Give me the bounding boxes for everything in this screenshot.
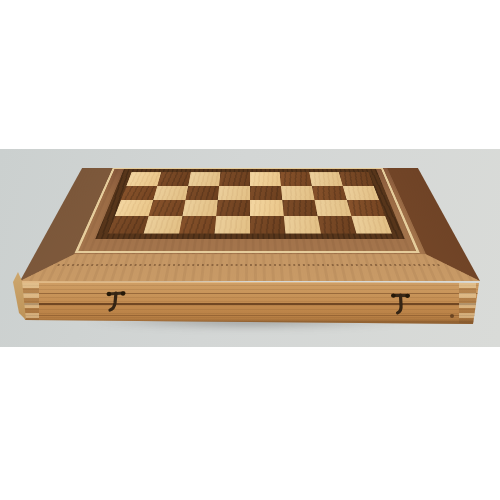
frame-tooling-marks [57, 264, 443, 266]
left-clasp-hook-icon [104, 290, 128, 316]
box-front-face [20, 281, 479, 325]
right-clasp-hook-icon [387, 291, 412, 318]
box-top-face [20, 168, 480, 281]
dovetail-joint-right [459, 283, 476, 323]
photo-stage [0, 0, 500, 500]
boxwood-string-line [75, 168, 420, 253]
